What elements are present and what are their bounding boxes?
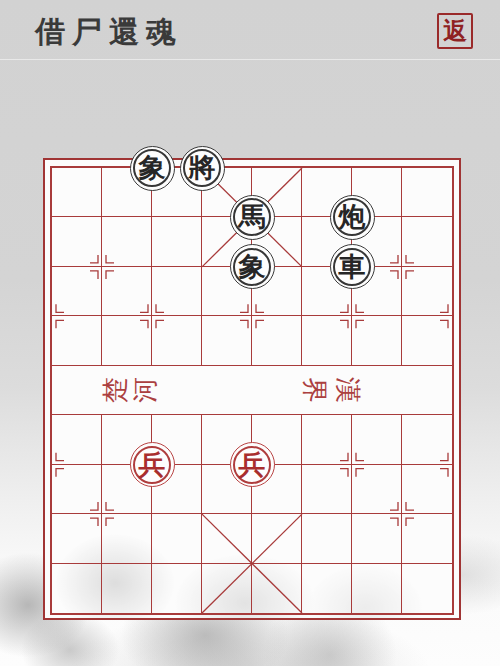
piece-label: 將 — [189, 150, 216, 186]
puzzle-title: 借尸還魂 — [35, 12, 183, 53]
piece-black-chariot[interactable]: 車 — [330, 244, 375, 289]
piece-label: 炮 — [339, 199, 366, 235]
piece-label: 兵 — [239, 447, 266, 483]
piece-black-elephant[interactable]: 象 — [130, 146, 175, 191]
piece-black-general[interactable]: 將 — [180, 146, 225, 191]
river-text-han: 漢 — [332, 374, 364, 406]
river-text-he: 河 — [129, 374, 161, 406]
back-button[interactable]: 返 — [437, 13, 473, 49]
piece-label: 象 — [139, 150, 166, 186]
piece-label: 馬 — [239, 199, 266, 235]
piece-black-elephant[interactable]: 象 — [230, 244, 275, 289]
river-text-chu: 楚 — [99, 374, 131, 406]
board-grid: 楚 河 界 漢 象將馬炮象車兵兵 — [50, 166, 454, 615]
xiangqi-board[interactable]: 楚 河 界 漢 象將馬炮象車兵兵 — [43, 158, 461, 620]
piece-label: 車 — [339, 249, 366, 285]
river-text-jie: 界 — [299, 374, 331, 406]
piece-black-horse[interactable]: 馬 — [230, 195, 275, 240]
piece-black-cannon[interactable]: 炮 — [330, 195, 375, 240]
piece-red-soldier[interactable]: 兵 — [230, 442, 275, 487]
piece-label: 象 — [239, 249, 266, 285]
piece-label: 兵 — [139, 447, 166, 483]
piece-red-soldier[interactable]: 兵 — [130, 442, 175, 487]
header-bar: 借尸還魂 返 — [0, 0, 500, 60]
